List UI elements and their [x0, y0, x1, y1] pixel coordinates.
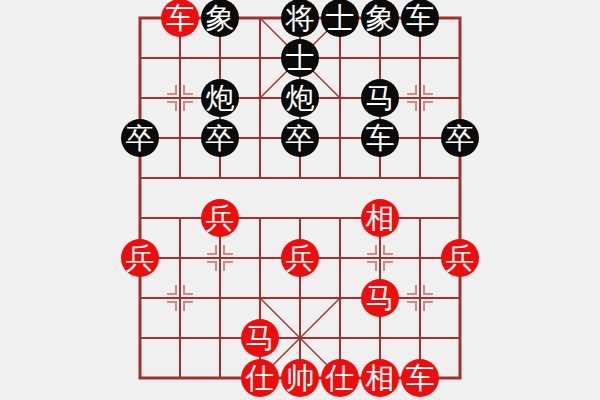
piece-black-cannon[interactable]: 炮: [201, 79, 239, 117]
red-chariot-glyph: 车: [166, 0, 195, 37]
red-horse-glyph: 马: [366, 279, 395, 317]
piece-red-soldier[interactable]: 兵: [441, 239, 479, 277]
black-cannon-glyph: 炮: [206, 79, 235, 117]
piece-black-chariot[interactable]: 车: [361, 119, 399, 157]
board-point: 士: [320, 0, 360, 38]
board-point: 车: [360, 118, 400, 158]
board-point: 象: [360, 0, 400, 38]
piece-black-cannon[interactable]: 炮: [281, 79, 319, 117]
piece-red-soldier[interactable]: 兵: [121, 239, 159, 277]
board-point: 将: [280, 0, 320, 38]
board-point: 兵: [280, 238, 320, 278]
board-point: 炮: [200, 78, 240, 118]
red-chariot-glyph: 车: [406, 359, 435, 397]
xiangqi-app: 车象将士象车士炮炮马卒卒卒车卒兵相兵兵兵马马仕帅仕相车: [0, 0, 600, 400]
black-cannon-glyph: 炮: [286, 79, 315, 117]
black-soldier-glyph: 卒: [286, 119, 315, 157]
piece-black-soldier[interactable]: 卒: [201, 119, 239, 157]
black-general-glyph: 将: [286, 0, 315, 37]
piece-black-elephant[interactable]: 象: [201, 0, 239, 37]
piece-black-elephant[interactable]: 象: [361, 0, 399, 37]
board-point: 卒: [200, 118, 240, 158]
red-horse-glyph: 马: [246, 319, 275, 357]
board-point: 炮: [280, 78, 320, 118]
piece-black-chariot[interactable]: 车: [401, 0, 439, 37]
black-soldier-glyph: 卒: [446, 119, 475, 157]
red-elephant-glyph: 相: [366, 199, 395, 237]
black-horse-glyph: 马: [366, 79, 395, 117]
black-chariot-glyph: 车: [406, 0, 435, 37]
board-point: 卒: [440, 118, 480, 158]
red-soldier-glyph: 兵: [446, 239, 475, 277]
board-point: 马: [240, 318, 280, 358]
red-soldier-glyph: 兵: [126, 239, 155, 277]
board-point: 兵: [440, 238, 480, 278]
board-point: 仕: [320, 358, 360, 398]
black-chariot-glyph: 车: [366, 119, 395, 157]
piece-red-soldier[interactable]: 兵: [201, 199, 239, 237]
board-point: 士: [280, 38, 320, 78]
black-elephant-glyph: 象: [206, 0, 235, 37]
board-point: 兵: [200, 198, 240, 238]
pieces-layer: 车象将士象车士炮炮马卒卒卒车卒兵相兵兵兵马马仕帅仕相车: [120, 0, 480, 398]
red-general-glyph: 帅: [286, 359, 315, 397]
piece-red-soldier[interactable]: 兵: [281, 239, 319, 277]
piece-red-advisor[interactable]: 仕: [241, 359, 279, 397]
piece-red-elephant[interactable]: 相: [361, 199, 399, 237]
piece-red-chariot[interactable]: 车: [401, 359, 439, 397]
black-soldier-glyph: 卒: [206, 119, 235, 157]
board-point: 马: [360, 78, 400, 118]
piece-black-advisor[interactable]: 士: [281, 39, 319, 77]
black-advisor-glyph: 士: [326, 0, 355, 37]
piece-red-horse[interactable]: 马: [361, 279, 399, 317]
piece-red-chariot[interactable]: 车: [161, 0, 199, 37]
piece-red-general[interactable]: 帅: [281, 359, 319, 397]
board-point: 相: [360, 198, 400, 238]
piece-black-general[interactable]: 将: [281, 0, 319, 37]
board-point: 车: [400, 0, 440, 38]
board-point: 象: [200, 0, 240, 38]
board-point: 相: [360, 358, 400, 398]
piece-red-horse[interactable]: 马: [241, 319, 279, 357]
red-advisor-glyph: 仕: [326, 359, 355, 397]
piece-black-advisor[interactable]: 士: [321, 0, 359, 37]
red-soldier-glyph: 兵: [206, 199, 235, 237]
black-advisor-glyph: 士: [286, 39, 315, 77]
piece-black-soldier[interactable]: 卒: [121, 119, 159, 157]
piece-red-advisor[interactable]: 仕: [321, 359, 359, 397]
board-point: 兵: [120, 238, 160, 278]
board-point: 卒: [280, 118, 320, 158]
board-point: 仕: [240, 358, 280, 398]
red-soldier-glyph: 兵: [286, 239, 315, 277]
xiangqi-board: 车象将士象车士炮炮马卒卒卒车卒兵相兵兵兵马马仕帅仕相车: [0, 0, 600, 400]
piece-black-soldier[interactable]: 卒: [281, 119, 319, 157]
board-point: 卒: [120, 118, 160, 158]
board-point: 车: [160, 0, 200, 38]
black-soldier-glyph: 卒: [126, 119, 155, 157]
piece-black-soldier[interactable]: 卒: [441, 119, 479, 157]
red-advisor-glyph: 仕: [246, 359, 275, 397]
board-point: 帅: [280, 358, 320, 398]
piece-red-elephant[interactable]: 相: [361, 359, 399, 397]
red-elephant-glyph: 相: [366, 359, 395, 397]
board-point: 车: [400, 358, 440, 398]
piece-black-horse[interactable]: 马: [361, 79, 399, 117]
black-elephant-glyph: 象: [366, 0, 395, 37]
board-point: 马: [360, 278, 400, 318]
